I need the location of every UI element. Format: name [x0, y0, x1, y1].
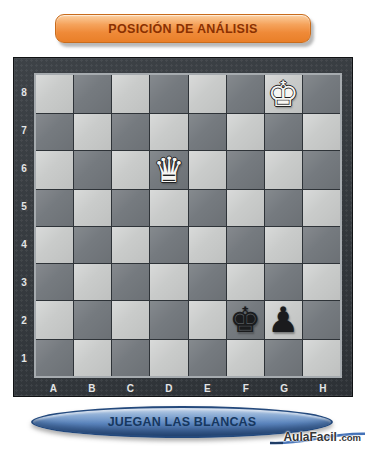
page: POSICIÓN DE ANÁLISIS 87654321 ♚♛♚♟ ABCDE… [0, 0, 365, 449]
square-h3 [303, 264, 340, 300]
square-b6 [74, 151, 111, 189]
file-label-d: D [150, 379, 189, 397]
rank-label-5: 5 [14, 187, 34, 225]
analysis-title-banner: POSICIÓN DE ANÁLISIS [55, 14, 311, 43]
square-g7 [265, 114, 302, 150]
square-b2 [74, 301, 111, 339]
square-f4 [227, 227, 264, 263]
square-f2: ♚ [227, 301, 264, 339]
file-labels: ABCDEFGH [34, 379, 342, 397]
square-d8 [150, 75, 187, 113]
square-c5 [112, 190, 149, 226]
board-squares: ♚♛♚♟ [34, 73, 342, 378]
square-c7 [112, 114, 149, 150]
file-label-c: C [111, 379, 150, 397]
analysis-title-label: POSICIÓN DE ANÁLISIS [108, 22, 257, 36]
square-g5 [265, 190, 302, 226]
square-e2 [189, 301, 226, 339]
square-f6 [227, 151, 264, 189]
square-f7 [227, 114, 264, 150]
square-g1 [265, 340, 302, 376]
piece-black-pawn: ♟ [268, 301, 299, 339]
file-label-b: B [73, 379, 112, 397]
rank-label-7: 7 [14, 111, 34, 149]
square-e8 [189, 75, 226, 113]
square-b5 [74, 190, 111, 226]
square-b4 [74, 227, 111, 263]
rank-label-2: 2 [14, 302, 34, 340]
square-a1 [36, 340, 73, 376]
turn-label: JUEGAN LAS BLANCAS [108, 415, 257, 429]
square-c2 [112, 301, 149, 339]
square-b8 [74, 75, 111, 113]
square-f8 [227, 75, 264, 113]
square-b1 [74, 340, 111, 376]
square-d1 [150, 340, 187, 376]
square-g8: ♚ [265, 75, 302, 113]
square-a5 [36, 190, 73, 226]
piece-white-queen: ♛ [153, 151, 184, 189]
chess-board: 87654321 ♚♛♚♟ ABCDEFGH [13, 57, 353, 397]
square-h4 [303, 227, 340, 263]
square-a6 [36, 151, 73, 189]
file-label-a: A [34, 379, 73, 397]
square-c8 [112, 75, 149, 113]
brand-name: AulaFacil [283, 430, 336, 444]
rank-label-4: 4 [14, 226, 34, 264]
square-a2 [36, 301, 73, 339]
rank-label-6: 6 [14, 149, 34, 187]
square-a3 [36, 264, 73, 300]
square-e3 [189, 264, 226, 300]
file-label-f: F [227, 379, 266, 397]
square-e4 [189, 227, 226, 263]
square-g6 [265, 151, 302, 189]
file-label-e: E [188, 379, 227, 397]
square-h7 [303, 114, 340, 150]
square-d5 [150, 190, 187, 226]
square-c6 [112, 151, 149, 189]
square-d2 [150, 301, 187, 339]
rank-label-3: 3 [14, 264, 34, 302]
square-g4 [265, 227, 302, 263]
rank-labels: 87654321 [14, 73, 34, 378]
square-d6: ♛ [150, 151, 187, 189]
rank-label-1: 1 [14, 340, 34, 378]
square-a7 [36, 114, 73, 150]
square-g2: ♟ [265, 301, 302, 339]
square-a8 [36, 75, 73, 113]
brand-logo[interactable]: AulaFacil .com [283, 430, 361, 448]
square-h2 [303, 301, 340, 339]
square-h1 [303, 340, 340, 376]
square-f5 [227, 190, 264, 226]
square-c4 [112, 227, 149, 263]
square-h8 [303, 75, 340, 113]
square-f3 [227, 264, 264, 300]
square-d7 [150, 114, 187, 150]
square-d3 [150, 264, 187, 300]
file-label-h: H [304, 379, 343, 397]
square-a4 [36, 227, 73, 263]
piece-white-king: ♚ [268, 75, 299, 113]
square-f1 [227, 340, 264, 376]
square-b7 [74, 114, 111, 150]
square-g3 [265, 264, 302, 300]
square-h5 [303, 190, 340, 226]
square-e7 [189, 114, 226, 150]
square-c3 [112, 264, 149, 300]
file-label-g: G [265, 379, 304, 397]
square-b3 [74, 264, 111, 300]
rank-label-8: 8 [14, 73, 34, 111]
square-e6 [189, 151, 226, 189]
square-d4 [150, 227, 187, 263]
piece-black-king: ♚ [229, 301, 260, 339]
square-e1 [189, 340, 226, 376]
square-h6 [303, 151, 340, 189]
square-c1 [112, 340, 149, 376]
square-e5 [189, 190, 226, 226]
brand-suffix: .com [339, 432, 361, 443]
